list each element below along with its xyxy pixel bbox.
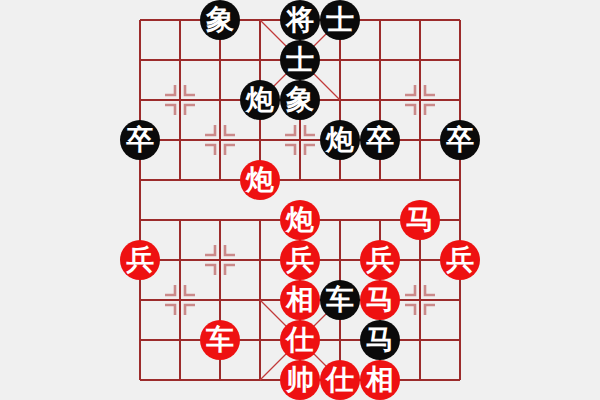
piece-black-soldier[interactable]: 卒 <box>360 120 400 160</box>
piece-red-chariot[interactable]: 车 <box>200 320 240 360</box>
piece-red-advisor[interactable]: 仕 <box>280 320 320 360</box>
piece-grid: 象将士士炮象卒炮卒卒炮炮马兵兵兵兵相车马车仕马帅仕相 <box>120 0 480 400</box>
xiangqi-board: 象将士士炮象卒炮卒卒炮炮马兵兵兵兵相车马车仕马帅仕相 <box>0 0 600 400</box>
piece-black-soldier[interactable]: 卒 <box>440 120 480 160</box>
piece-black-general[interactable]: 将 <box>280 0 320 40</box>
piece-red-horse[interactable]: 马 <box>360 280 400 320</box>
piece-red-elephant[interactable]: 相 <box>360 360 400 400</box>
piece-black-soldier[interactable]: 卒 <box>120 120 160 160</box>
piece-red-soldier[interactable]: 兵 <box>360 240 400 280</box>
piece-red-soldier[interactable]: 兵 <box>280 240 320 280</box>
piece-black-advisor[interactable]: 士 <box>280 40 320 80</box>
piece-red-general[interactable]: 帅 <box>280 360 320 400</box>
piece-black-horse[interactable]: 马 <box>360 320 400 360</box>
piece-black-cannon[interactable]: 炮 <box>240 80 280 120</box>
piece-red-cannon[interactable]: 炮 <box>280 200 320 240</box>
piece-red-soldier[interactable]: 兵 <box>440 240 480 280</box>
piece-black-advisor[interactable]: 士 <box>320 0 360 40</box>
piece-red-advisor[interactable]: 仕 <box>320 360 360 400</box>
piece-red-elephant[interactable]: 相 <box>280 280 320 320</box>
piece-red-horse[interactable]: 马 <box>400 200 440 240</box>
piece-black-elephant[interactable]: 象 <box>200 0 240 40</box>
piece-black-cannon[interactable]: 炮 <box>320 120 360 160</box>
piece-red-cannon[interactable]: 炮 <box>240 160 280 200</box>
piece-black-elephant[interactable]: 象 <box>280 80 320 120</box>
piece-red-soldier[interactable]: 兵 <box>120 240 160 280</box>
piece-black-chariot[interactable]: 车 <box>320 280 360 320</box>
